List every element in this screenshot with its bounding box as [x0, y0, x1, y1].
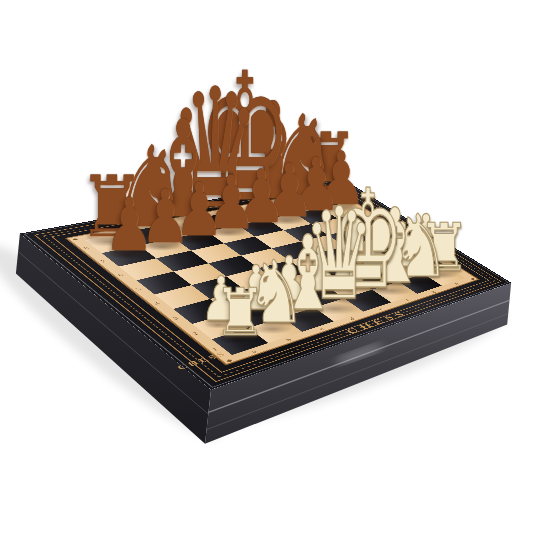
rank-label: 5 [134, 287, 143, 291]
white-rook-glyph: ♜ [214, 281, 267, 346]
rank-label: 6 [116, 273, 124, 277]
rank-label: 3 [171, 316, 180, 321]
piece-black-pawn[interactable]: ♟ [102, 199, 157, 260]
rank-label: 2 [191, 331, 200, 336]
black-pawn-glyph: ♟ [104, 187, 154, 261]
piece-white-rook[interactable]: ♜ [213, 284, 269, 346]
corner-diamond: ◆ [224, 358, 234, 363]
chess-set-photo: abcdefgh87654321◆◆◆◆ CHESS CHESS ♜♞♝♛♚♝♞… [0, 0, 533, 533]
rank-label: 4 [153, 301, 162, 306]
